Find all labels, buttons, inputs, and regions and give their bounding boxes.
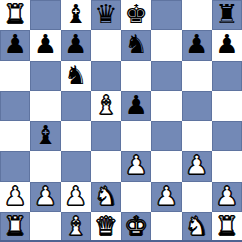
square-a5[interactable]: [0, 91, 30, 121]
square-h8[interactable]: ♜: [212, 0, 242, 30]
piece-black-pawn: ♟: [185, 31, 208, 57]
square-b1[interactable]: [30, 212, 60, 242]
square-a1[interactable]: ♜: [0, 212, 30, 242]
chess-board: ♜♝♛♚♜♟♟♟♞♟♟♞♝♟♝♟♟♟♟♟♞♟♟♜♝♛♚♞♜: [0, 0, 242, 242]
square-b5[interactable]: [30, 91, 60, 121]
square-d8[interactable]: ♛: [91, 0, 121, 30]
piece-white-pawn: ♟: [185, 152, 208, 178]
square-g2[interactable]: [182, 182, 212, 212]
square-c2[interactable]: ♟: [61, 182, 91, 212]
square-a4[interactable]: [0, 121, 30, 151]
square-h4[interactable]: [212, 121, 242, 151]
square-f4[interactable]: [151, 121, 181, 151]
piece-white-pawn: ♟: [64, 183, 87, 209]
square-e4[interactable]: [121, 121, 151, 151]
square-h1[interactable]: ♜: [212, 212, 242, 242]
piece-white-rook: ♜: [3, 1, 26, 27]
square-c3[interactable]: [61, 151, 91, 181]
square-f1[interactable]: [151, 212, 181, 242]
square-g3[interactable]: ♟: [182, 151, 212, 181]
square-c8[interactable]: ♝: [61, 0, 91, 30]
square-h5[interactable]: [212, 91, 242, 121]
square-g1[interactable]: ♞: [182, 212, 212, 242]
square-e8[interactable]: ♚: [121, 0, 151, 30]
piece-black-rook: ♜: [215, 1, 238, 27]
square-c6[interactable]: ♞: [61, 61, 91, 91]
piece-black-queen: ♛: [94, 1, 117, 27]
piece-black-pawn: ♟: [215, 31, 238, 57]
square-h3[interactable]: [212, 151, 242, 181]
square-g6[interactable]: [182, 61, 212, 91]
square-d5[interactable]: ♝: [91, 91, 121, 121]
square-c4[interactable]: [61, 121, 91, 151]
piece-white-pawn: ♟: [3, 183, 26, 209]
square-h2[interactable]: ♟: [212, 182, 242, 212]
square-g5[interactable]: [182, 91, 212, 121]
piece-black-king: ♚: [124, 1, 147, 27]
square-c7[interactable]: ♟: [61, 30, 91, 60]
square-b6[interactable]: [30, 61, 60, 91]
square-b7[interactable]: ♟: [30, 30, 60, 60]
piece-black-knight: ♞: [64, 62, 87, 88]
square-a6[interactable]: [0, 61, 30, 91]
piece-white-rook: ♜: [3, 213, 26, 239]
square-g8[interactable]: [182, 0, 212, 30]
square-e6[interactable]: [121, 61, 151, 91]
square-h7[interactable]: ♟: [212, 30, 242, 60]
square-d3[interactable]: [91, 151, 121, 181]
piece-white-pawn: ♟: [215, 183, 238, 209]
piece-black-bishop: ♝: [64, 1, 87, 27]
piece-white-knight: ♞: [94, 183, 117, 209]
piece-white-pawn: ♟: [155, 183, 178, 209]
piece-white-queen: ♛: [94, 213, 117, 239]
square-b3[interactable]: [30, 151, 60, 181]
square-b8[interactable]: [30, 0, 60, 30]
square-a7[interactable]: ♟: [0, 30, 30, 60]
chess-board-frame: ♜♝♛♚♜♟♟♟♞♟♟♞♝♟♝♟♟♟♟♟♞♟♟♜♝♛♚♞♜: [0, 0, 242, 242]
square-b2[interactable]: ♟: [30, 182, 60, 212]
piece-white-rook: ♜: [215, 213, 238, 239]
square-f2[interactable]: ♟: [151, 182, 181, 212]
square-a2[interactable]: ♟: [0, 182, 30, 212]
square-d7[interactable]: [91, 30, 121, 60]
piece-black-pawn: ♟: [124, 92, 147, 118]
piece-white-bishop: ♝: [94, 92, 117, 118]
piece-white-pawn: ♟: [34, 183, 57, 209]
piece-black-pawn: ♟: [3, 31, 26, 57]
square-d1[interactable]: ♛: [91, 212, 121, 242]
square-e3[interactable]: ♟: [121, 151, 151, 181]
piece-white-pawn: ♟: [124, 152, 147, 178]
square-h6[interactable]: [212, 61, 242, 91]
square-f6[interactable]: [151, 61, 181, 91]
square-e7[interactable]: ♞: [121, 30, 151, 60]
square-c5[interactable]: [61, 91, 91, 121]
square-f7[interactable]: [151, 30, 181, 60]
piece-white-knight: ♞: [185, 213, 208, 239]
piece-black-pawn: ♟: [34, 31, 57, 57]
square-c1[interactable]: ♝: [61, 212, 91, 242]
square-e2[interactable]: [121, 182, 151, 212]
square-b4[interactable]: ♝: [30, 121, 60, 151]
square-a3[interactable]: [0, 151, 30, 181]
square-e5[interactable]: ♟: [121, 91, 151, 121]
square-d4[interactable]: [91, 121, 121, 151]
square-g4[interactable]: [182, 121, 212, 151]
piece-black-bishop: ♝: [34, 122, 57, 148]
square-d6[interactable]: [91, 61, 121, 91]
piece-white-bishop: ♝: [64, 213, 87, 239]
piece-white-king: ♚: [124, 213, 147, 239]
square-g7[interactable]: ♟: [182, 30, 212, 60]
square-a8[interactable]: ♜: [0, 0, 30, 30]
square-f5[interactable]: [151, 91, 181, 121]
piece-black-knight: ♞: [124, 31, 147, 57]
square-e1[interactable]: ♚: [121, 212, 151, 242]
square-f3[interactable]: [151, 151, 181, 181]
square-d2[interactable]: ♞: [91, 182, 121, 212]
piece-black-pawn: ♟: [64, 31, 87, 57]
square-f8[interactable]: [151, 0, 181, 30]
